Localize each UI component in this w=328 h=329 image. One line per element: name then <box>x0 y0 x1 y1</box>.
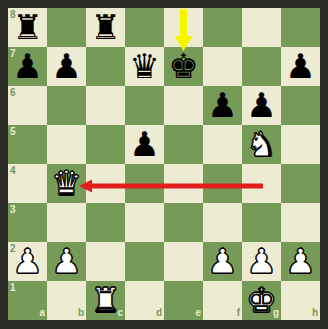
piece-white-knight-g5[interactable]: ♞ <box>246 125 276 164</box>
square-c8[interactable]: ♜ <box>86 8 125 47</box>
square-h4[interactable] <box>281 164 320 203</box>
square-f1[interactable]: f <box>203 281 242 320</box>
square-h2[interactable]: ♟ <box>281 242 320 281</box>
file-label-a: a <box>39 308 45 318</box>
piece-white-king-g1[interactable]: ♚ <box>246 281 276 320</box>
piece-black-pawn-g6[interactable]: ♟ <box>246 86 276 125</box>
square-c2[interactable] <box>86 242 125 281</box>
piece-black-pawn-a7[interactable]: ♟ <box>12 47 42 86</box>
square-f5[interactable] <box>203 125 242 164</box>
piece-black-queen-d7[interactable]: ♛ <box>129 47 159 86</box>
square-g8[interactable] <box>242 8 281 47</box>
square-f4[interactable] <box>203 164 242 203</box>
piece-white-rook-c1[interactable]: ♜ <box>90 281 120 320</box>
square-g1[interactable]: g♚ <box>242 281 281 320</box>
square-c5[interactable] <box>86 125 125 164</box>
piece-black-pawn-f6[interactable]: ♟ <box>207 86 237 125</box>
square-d6[interactable] <box>125 86 164 125</box>
square-a1[interactable]: 1a <box>8 281 47 320</box>
piece-white-pawn-h2[interactable]: ♟ <box>285 242 315 281</box>
square-e8[interactable] <box>164 8 203 47</box>
square-b7[interactable]: ♟ <box>47 47 86 86</box>
square-h1[interactable]: h <box>281 281 320 320</box>
piece-black-pawn-b7[interactable]: ♟ <box>51 47 81 86</box>
square-e4[interactable] <box>164 164 203 203</box>
square-b8[interactable] <box>47 8 86 47</box>
rank-label-4: 4 <box>10 166 16 176</box>
square-a4[interactable]: 4 <box>8 164 47 203</box>
file-label-f: f <box>237 308 240 318</box>
square-d1[interactable]: d <box>125 281 164 320</box>
piece-black-rook-a8[interactable]: ♜ <box>12 8 42 47</box>
square-e2[interactable] <box>164 242 203 281</box>
square-h3[interactable] <box>281 203 320 242</box>
square-d3[interactable] <box>125 203 164 242</box>
piece-white-pawn-b2[interactable]: ♟ <box>51 242 81 281</box>
square-a5[interactable]: 5 <box>8 125 47 164</box>
piece-white-pawn-a2[interactable]: ♟ <box>12 242 42 281</box>
square-c6[interactable] <box>86 86 125 125</box>
square-b2[interactable]: ♟ <box>47 242 86 281</box>
square-a6[interactable]: 6 <box>8 86 47 125</box>
square-d5[interactable]: ♟ <box>125 125 164 164</box>
square-f7[interactable] <box>203 47 242 86</box>
square-c3[interactable] <box>86 203 125 242</box>
piece-white-queen-b4[interactable]: ♛ <box>51 164 81 203</box>
square-a8[interactable]: 8♜ <box>8 8 47 47</box>
piece-black-pawn-h7[interactable]: ♟ <box>285 47 315 86</box>
square-h8[interactable] <box>281 8 320 47</box>
piece-black-pawn-d5[interactable]: ♟ <box>129 125 159 164</box>
rank-label-5: 5 <box>10 127 16 137</box>
square-b5[interactable] <box>47 125 86 164</box>
piece-white-pawn-g2[interactable]: ♟ <box>246 242 276 281</box>
square-b1[interactable]: b <box>47 281 86 320</box>
square-d7[interactable]: ♛ <box>125 47 164 86</box>
square-f8[interactable] <box>203 8 242 47</box>
square-e3[interactable] <box>164 203 203 242</box>
file-label-h: h <box>312 308 318 318</box>
square-g4[interactable] <box>242 164 281 203</box>
rank-label-3: 3 <box>10 205 16 215</box>
square-e1[interactable]: e <box>164 281 203 320</box>
square-c4[interactable] <box>86 164 125 203</box>
square-f6[interactable]: ♟ <box>203 86 242 125</box>
rank-label-1: 1 <box>10 283 16 293</box>
square-h6[interactable] <box>281 86 320 125</box>
rank-label-6: 6 <box>10 88 16 98</box>
square-g6[interactable]: ♟ <box>242 86 281 125</box>
square-a7[interactable]: 7♟ <box>8 47 47 86</box>
file-label-e: e <box>195 308 201 318</box>
piece-black-rook-c8[interactable]: ♜ <box>90 8 120 47</box>
square-b6[interactable] <box>47 86 86 125</box>
square-b3[interactable] <box>47 203 86 242</box>
square-b4[interactable]: ♛ <box>47 164 86 203</box>
file-label-d: d <box>156 308 162 318</box>
file-label-b: b <box>78 308 84 318</box>
square-a2[interactable]: 2♟ <box>8 242 47 281</box>
square-h5[interactable] <box>281 125 320 164</box>
piece-black-king-e7[interactable]: ♚ <box>168 47 198 86</box>
square-d4[interactable] <box>125 164 164 203</box>
square-g2[interactable]: ♟ <box>242 242 281 281</box>
square-e7[interactable]: ♚ <box>164 47 203 86</box>
square-e5[interactable] <box>164 125 203 164</box>
square-c1[interactable]: c♜ <box>86 281 125 320</box>
square-g7[interactable] <box>242 47 281 86</box>
piece-white-pawn-f2[interactable]: ♟ <box>207 242 237 281</box>
square-d8[interactable] <box>125 8 164 47</box>
square-d2[interactable] <box>125 242 164 281</box>
board-frame: 8♜♜7♟♟♛♚♟6♟♟5♟♞4♛32♟♟♟♟♟1abc♜defg♚h <box>0 0 328 329</box>
square-f3[interactable] <box>203 203 242 242</box>
square-f2[interactable]: ♟ <box>203 242 242 281</box>
square-g3[interactable] <box>242 203 281 242</box>
square-c7[interactable] <box>86 47 125 86</box>
chess-board: 8♜♜7♟♟♛♚♟6♟♟5♟♞4♛32♟♟♟♟♟1abc♜defg♚h <box>8 8 320 320</box>
square-g5[interactable]: ♞ <box>242 125 281 164</box>
square-e6[interactable] <box>164 86 203 125</box>
square-a3[interactable]: 3 <box>8 203 47 242</box>
square-h7[interactable]: ♟ <box>281 47 320 86</box>
